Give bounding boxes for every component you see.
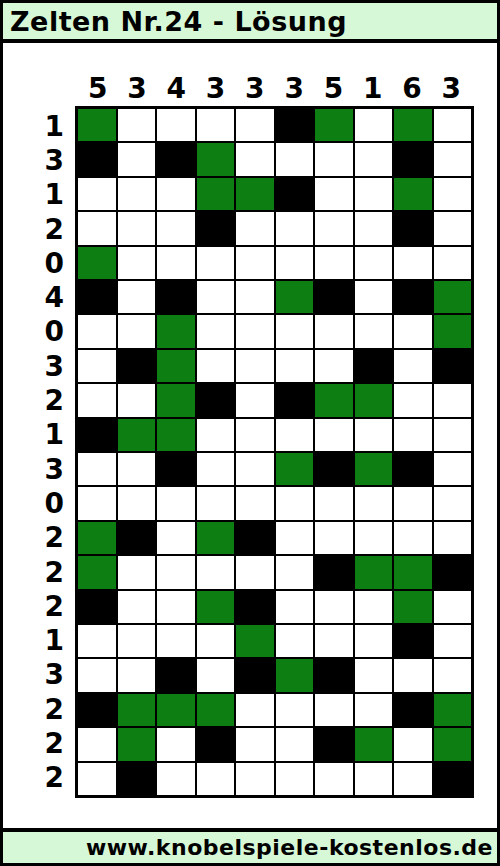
cell-r12c10-empty <box>434 487 472 519</box>
row-clue-17: 3 <box>45 658 64 691</box>
cell-r7c6-empty <box>276 315 314 347</box>
cell-r11c6-tree <box>276 453 314 485</box>
cell-r9c6-tent <box>276 384 314 416</box>
cell-r1c6-tent <box>276 109 314 141</box>
cell-r12c5-empty <box>236 487 274 519</box>
cell-r19c2-tree <box>118 728 156 760</box>
cell-r11c2-empty <box>118 453 156 485</box>
cell-r6c5-empty <box>236 281 274 313</box>
cell-r3c9-tree <box>394 178 432 210</box>
cell-r15c6-empty <box>276 591 314 623</box>
cell-r15c2-empty <box>118 591 156 623</box>
cell-r1c2-empty <box>118 109 156 141</box>
cell-r12c6-empty <box>276 487 314 519</box>
col-clue-6: 3 <box>284 72 303 105</box>
cell-r12c4-empty <box>197 487 235 519</box>
cell-r5c8-empty <box>355 247 393 279</box>
page-title: Zelten Nr.24 - Lösung <box>10 6 347 37</box>
cell-r1c10-empty <box>434 109 472 141</box>
cell-r19c1-empty <box>78 728 116 760</box>
cell-r16c2-empty <box>118 625 156 657</box>
col-clue-10: 3 <box>442 72 461 105</box>
row-clue-14: 2 <box>45 556 64 589</box>
cell-r3c3-empty <box>157 178 195 210</box>
cell-r18c8-empty <box>355 694 393 726</box>
cell-r13c6-empty <box>276 522 314 554</box>
col-clue-4: 3 <box>206 72 225 105</box>
cell-r12c2-empty <box>118 487 156 519</box>
cell-r2c8-empty <box>355 143 393 175</box>
cell-r15c1-tent <box>78 591 116 623</box>
cell-r9c9-empty <box>394 384 432 416</box>
cell-r18c10-tree <box>434 694 472 726</box>
cell-r10c9-empty <box>394 419 432 451</box>
cell-r20c2-tent <box>118 763 156 795</box>
cell-r1c3-empty <box>157 109 195 141</box>
cell-r7c7-empty <box>315 315 353 347</box>
cell-r12c9-empty <box>394 487 432 519</box>
cell-r10c4-empty <box>197 419 235 451</box>
cell-r6c7-tent <box>315 281 353 313</box>
cell-r8c6-empty <box>276 350 314 382</box>
col-clue-3: 4 <box>167 72 186 105</box>
cell-r8c7-empty <box>315 350 353 382</box>
cell-r6c8-empty <box>355 281 393 313</box>
cell-r14c3-empty <box>157 556 195 588</box>
row-clue-8: 3 <box>45 350 64 383</box>
row-clue-20: 2 <box>45 761 64 794</box>
row-clue-6: 4 <box>45 281 64 314</box>
cell-r5c5-empty <box>236 247 274 279</box>
cell-r13c5-tent <box>236 522 274 554</box>
cell-r8c3-tree <box>157 350 195 382</box>
cell-r11c8-tree <box>355 453 393 485</box>
tents-board: 5343335163 13120403213022213222 <box>3 43 497 798</box>
cell-r7c1-empty <box>78 315 116 347</box>
cell-r14c4-empty <box>197 556 235 588</box>
cell-r7c4-empty <box>197 315 235 347</box>
cell-r17c8-empty <box>355 659 393 691</box>
cell-r2c3-tent <box>157 143 195 175</box>
row-clue-7: 0 <box>45 315 64 348</box>
cell-r3c1-empty <box>78 178 116 210</box>
cell-r5c7-empty <box>315 247 353 279</box>
cell-r1c8-empty <box>355 109 393 141</box>
cell-r2c4-tree <box>197 143 235 175</box>
cell-r20c6-empty <box>276 763 314 795</box>
cell-r16c9-tent <box>394 625 432 657</box>
cell-r20c1-empty <box>78 763 116 795</box>
cell-r10c8-empty <box>355 419 393 451</box>
cell-r18c1-tent <box>78 694 116 726</box>
cell-r14c2-empty <box>118 556 156 588</box>
cell-r13c10-empty <box>434 522 472 554</box>
cell-r4c3-empty <box>157 212 195 244</box>
row-clue-19: 2 <box>45 727 64 760</box>
cell-r11c4-empty <box>197 453 235 485</box>
cell-r18c9-tent <box>394 694 432 726</box>
cell-r3c7-empty <box>315 178 353 210</box>
row-clue-11: 3 <box>45 453 64 486</box>
cell-r4c7-empty <box>315 212 353 244</box>
row-clue-13: 2 <box>45 521 64 554</box>
cell-r16c7-empty <box>315 625 353 657</box>
cell-r9c7-tree <box>315 384 353 416</box>
cell-r19c8-tree <box>355 728 393 760</box>
cell-r19c9-empty <box>394 728 432 760</box>
cell-r12c1-empty <box>78 487 116 519</box>
row-clue-2: 3 <box>45 144 64 177</box>
cell-r18c7-empty <box>315 694 353 726</box>
cell-r7c5-empty <box>236 315 274 347</box>
cell-r10c6-empty <box>276 419 314 451</box>
cell-r13c9-empty <box>394 522 432 554</box>
cell-r20c10-tent <box>434 763 472 795</box>
cell-r2c7-empty <box>315 143 353 175</box>
cell-r13c7-empty <box>315 522 353 554</box>
row-clue-16: 1 <box>45 624 64 657</box>
cell-r8c5-empty <box>236 350 274 382</box>
cell-r17c1-empty <box>78 659 116 691</box>
cell-r4c4-tent <box>197 212 235 244</box>
cell-r17c5-tent <box>236 659 274 691</box>
cell-r15c8-empty <box>355 591 393 623</box>
cell-r15c4-tree <box>197 591 235 623</box>
cell-r17c2-empty <box>118 659 156 691</box>
cell-r4c6-empty <box>276 212 314 244</box>
cell-r20c8-empty <box>355 763 393 795</box>
board-corner-spacer <box>3 43 75 106</box>
cell-r19c5-empty <box>236 728 274 760</box>
cell-r9c10-empty <box>434 384 472 416</box>
cell-r16c4-empty <box>197 625 235 657</box>
cell-r6c6-tree <box>276 281 314 313</box>
cell-r8c4-empty <box>197 350 235 382</box>
cell-r10c5-empty <box>236 419 274 451</box>
cell-r5c9-empty <box>394 247 432 279</box>
cell-r10c1-tent <box>78 419 116 451</box>
cell-r8c9-empty <box>394 350 432 382</box>
cell-r11c7-tent <box>315 453 353 485</box>
cell-r17c7-tent <box>315 659 353 691</box>
cell-r6c1-tent <box>78 281 116 313</box>
cell-r5c6-empty <box>276 247 314 279</box>
cell-r18c5-empty <box>236 694 274 726</box>
cell-r1c9-tree <box>394 109 432 141</box>
cell-r1c5-empty <box>236 109 274 141</box>
cell-r20c4-empty <box>197 763 235 795</box>
cell-r9c4-tent <box>197 384 235 416</box>
col-clue-7: 5 <box>324 72 343 105</box>
cell-r10c2-tree <box>118 419 156 451</box>
cell-r10c3-tree <box>157 419 195 451</box>
cell-r12c7-empty <box>315 487 353 519</box>
cell-r5c1-tree <box>78 247 116 279</box>
cell-r16c3-empty <box>157 625 195 657</box>
cell-r10c10-empty <box>434 419 472 451</box>
cell-r6c2-empty <box>118 281 156 313</box>
cell-r4c1-empty <box>78 212 116 244</box>
cell-r3c8-empty <box>355 178 393 210</box>
cell-r17c4-empty <box>197 659 235 691</box>
col-clue-5: 3 <box>245 72 264 105</box>
cell-r15c9-tree <box>394 591 432 623</box>
cell-r4c5-empty <box>236 212 274 244</box>
cell-r12c8-empty <box>355 487 393 519</box>
cell-r14c10-tent <box>434 556 472 588</box>
cell-r11c10-empty <box>434 453 472 485</box>
cell-r2c2-empty <box>118 143 156 175</box>
cell-r5c10-empty <box>434 247 472 279</box>
cell-r9c8-tree <box>355 384 393 416</box>
row-clue-9: 2 <box>45 384 64 417</box>
cell-r4c8-empty <box>355 212 393 244</box>
cell-r3c10-empty <box>434 178 472 210</box>
cell-r13c4-tree <box>197 522 235 554</box>
footer-bar: www.knobelspiele-kostenlos.de <box>0 830 500 866</box>
cell-r9c2-empty <box>118 384 156 416</box>
cell-r8c10-tent <box>434 350 472 382</box>
cell-r6c3-tent <box>157 281 195 313</box>
cell-r5c2-empty <box>118 247 156 279</box>
cell-r15c10-empty <box>434 591 472 623</box>
cell-r7c3-tree <box>157 315 195 347</box>
cell-r3c6-tent <box>276 178 314 210</box>
cell-r8c1-empty <box>78 350 116 382</box>
cell-r4c10-empty <box>434 212 472 244</box>
row-clue-10: 1 <box>45 418 64 451</box>
cell-r3c5-tree <box>236 178 274 210</box>
cell-r6c10-tree <box>434 281 472 313</box>
cell-r14c8-tree <box>355 556 393 588</box>
cell-r18c3-tree <box>157 694 195 726</box>
cell-r7c2-empty <box>118 315 156 347</box>
cell-r6c9-tent <box>394 281 432 313</box>
col-clue-2: 3 <box>127 72 146 105</box>
cell-r19c7-tent <box>315 728 353 760</box>
page: Zelten Nr.24 - Lösung 5343335163 1312040… <box>0 0 500 866</box>
cell-r13c2-tent <box>118 522 156 554</box>
main-area: 5343335163 13120403213022213222 <box>0 41 500 830</box>
row-clue-3: 1 <box>45 178 64 211</box>
cell-r1c4-empty <box>197 109 235 141</box>
cell-r9c3-tree <box>157 384 195 416</box>
cell-r17c10-empty <box>434 659 472 691</box>
cell-r8c2-tent <box>118 350 156 382</box>
cell-r7c9-empty <box>394 315 432 347</box>
cell-r2c9-tent <box>394 143 432 175</box>
cell-r14c1-tree <box>78 556 116 588</box>
cell-r11c3-tent <box>157 453 195 485</box>
cell-r16c6-empty <box>276 625 314 657</box>
cell-r14c9-tree <box>394 556 432 588</box>
cell-r5c3-empty <box>157 247 195 279</box>
cell-r1c1-tree <box>78 109 116 141</box>
cell-r2c5-empty <box>236 143 274 175</box>
cell-r5c4-empty <box>197 247 235 279</box>
cell-r6c4-empty <box>197 281 235 313</box>
cell-r19c10-tree <box>434 728 472 760</box>
col-clue-8: 1 <box>363 72 382 105</box>
title-bar: Zelten Nr.24 - Lösung <box>0 0 500 41</box>
column-clues: 5343335163 <box>75 43 474 106</box>
cell-r10c7-empty <box>315 419 353 451</box>
cell-r14c7-tent <box>315 556 353 588</box>
cell-r18c2-tree <box>118 694 156 726</box>
cell-r17c9-empty <box>394 659 432 691</box>
cell-r16c8-empty <box>355 625 393 657</box>
row-clue-18: 2 <box>45 693 64 726</box>
cell-r4c2-empty <box>118 212 156 244</box>
cell-r18c4-tree <box>197 694 235 726</box>
cell-r9c5-empty <box>236 384 274 416</box>
cell-r7c8-empty <box>355 315 393 347</box>
col-clue-9: 6 <box>402 72 421 105</box>
cell-r20c5-empty <box>236 763 274 795</box>
cell-r8c8-tent <box>355 350 393 382</box>
cell-r13c1-tree <box>78 522 116 554</box>
cell-r7c10-tree <box>434 315 472 347</box>
row-clue-5: 0 <box>45 247 64 280</box>
row-clue-15: 2 <box>45 590 64 623</box>
footer-url: www.knobelspiele-kostenlos.de <box>86 835 493 860</box>
cell-r13c3-empty <box>157 522 195 554</box>
cell-r19c3-empty <box>157 728 195 760</box>
row-clues: 13120403213022213222 <box>3 106 75 798</box>
cell-r2c10-empty <box>434 143 472 175</box>
cell-r16c5-tree <box>236 625 274 657</box>
row-clue-4: 2 <box>45 213 64 246</box>
cell-r19c4-tent <box>197 728 235 760</box>
cell-r13c8-empty <box>355 522 393 554</box>
cell-r19c6-empty <box>276 728 314 760</box>
cell-r4c9-tent <box>394 212 432 244</box>
cell-r17c3-tent <box>157 659 195 691</box>
cell-r3c4-tree <box>197 178 235 210</box>
cell-r11c5-empty <box>236 453 274 485</box>
cell-r17c6-tree <box>276 659 314 691</box>
cell-r15c7-empty <box>315 591 353 623</box>
cell-r2c1-tent <box>78 143 116 175</box>
puzzle-grid <box>75 106 474 798</box>
cell-r11c9-tent <box>394 453 432 485</box>
col-clue-1: 5 <box>88 72 107 105</box>
cell-r2c6-empty <box>276 143 314 175</box>
cell-r20c9-empty <box>394 763 432 795</box>
cell-r9c1-empty <box>78 384 116 416</box>
cell-r3c2-empty <box>118 178 156 210</box>
cell-r15c3-empty <box>157 591 195 623</box>
cell-r1c7-tree <box>315 109 353 141</box>
row-clue-1: 1 <box>45 110 64 143</box>
cell-r14c5-empty <box>236 556 274 588</box>
cell-r14c6-empty <box>276 556 314 588</box>
cell-r12c3-empty <box>157 487 195 519</box>
row-clue-12: 0 <box>45 487 64 520</box>
cell-r20c7-empty <box>315 763 353 795</box>
cell-r20c3-empty <box>157 763 195 795</box>
cell-r11c1-empty <box>78 453 116 485</box>
cell-r15c5-tent <box>236 591 274 623</box>
cell-r16c10-empty <box>434 625 472 657</box>
cell-r16c1-empty <box>78 625 116 657</box>
cell-r18c6-empty <box>276 694 314 726</box>
